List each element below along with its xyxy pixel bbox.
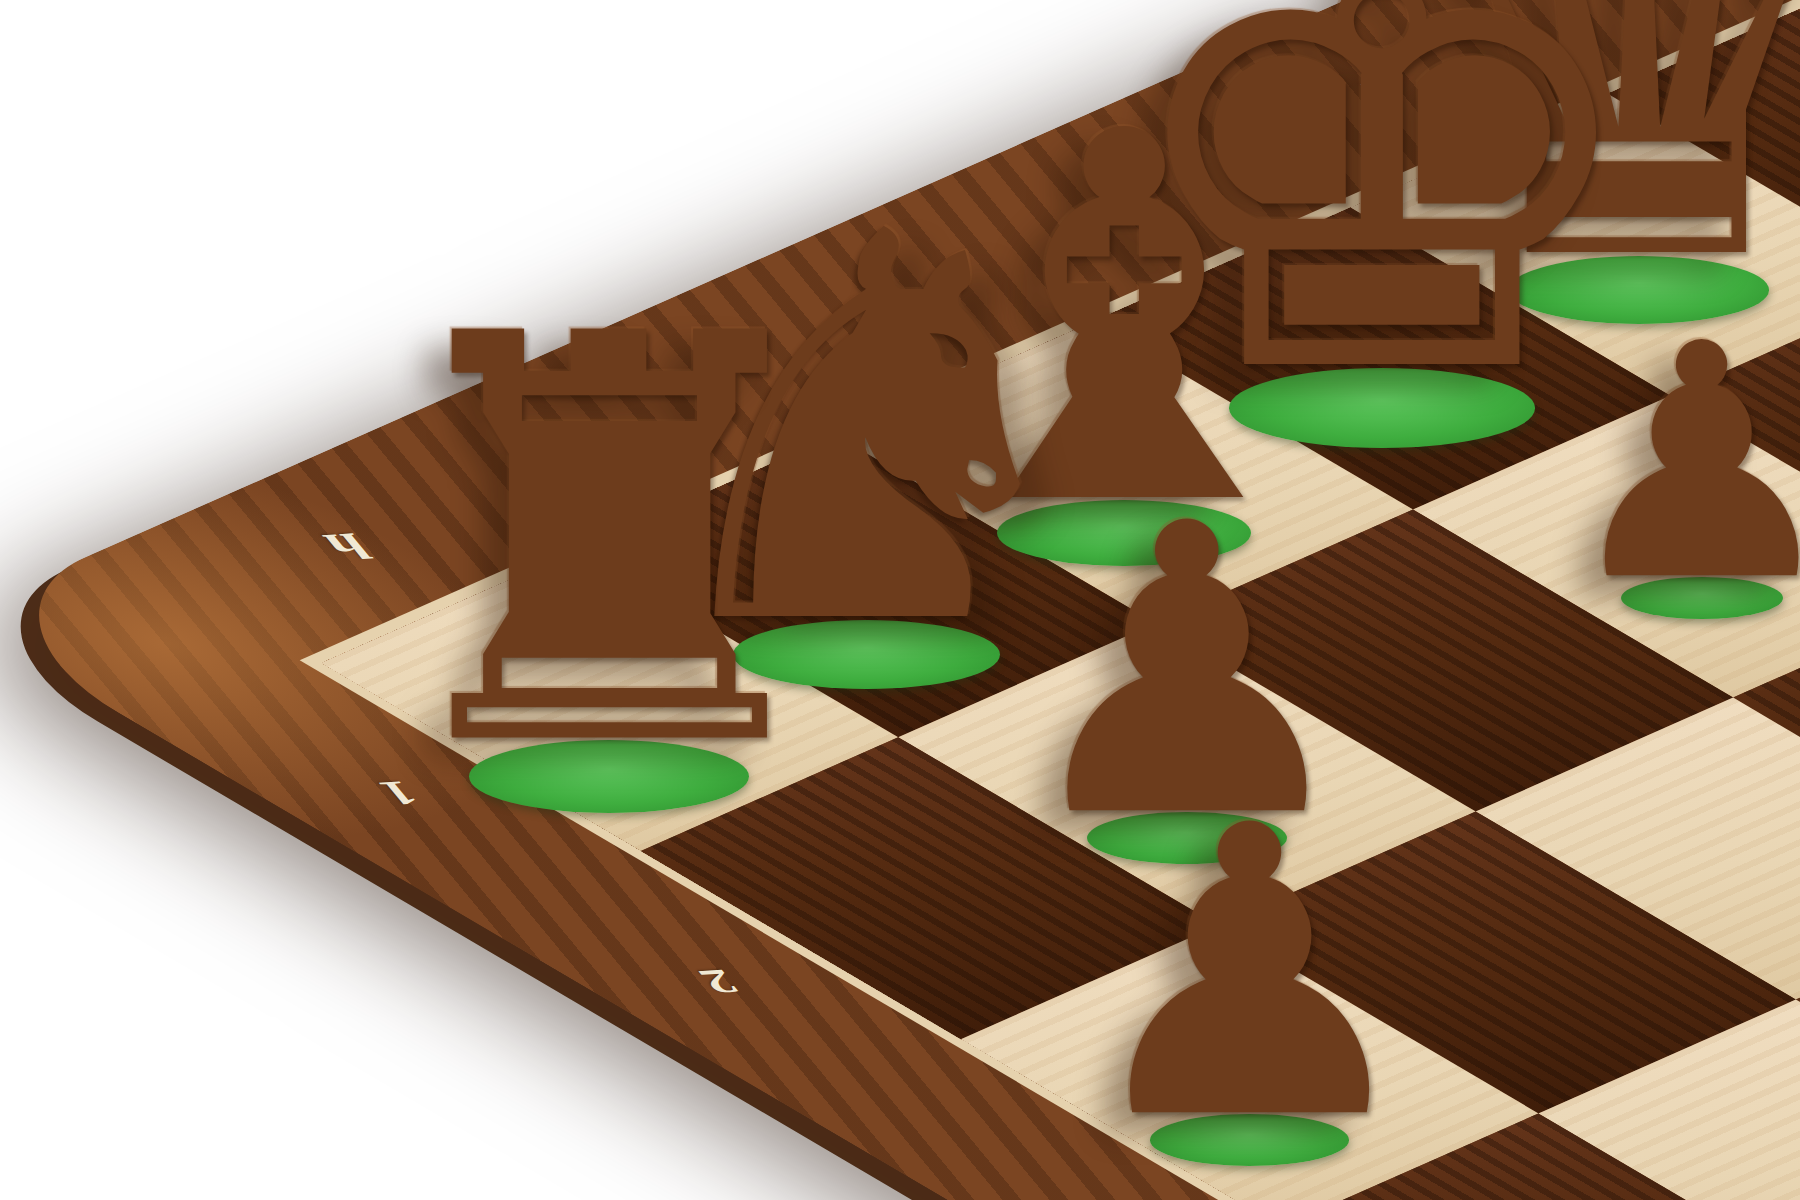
chess-board: hdc12: [0, 0, 1800, 1200]
photo-scene: hdc12 ♜♞♝♚♛♟♟♟: [0, 0, 1800, 1200]
board-grid: [321, 0, 1800, 1200]
